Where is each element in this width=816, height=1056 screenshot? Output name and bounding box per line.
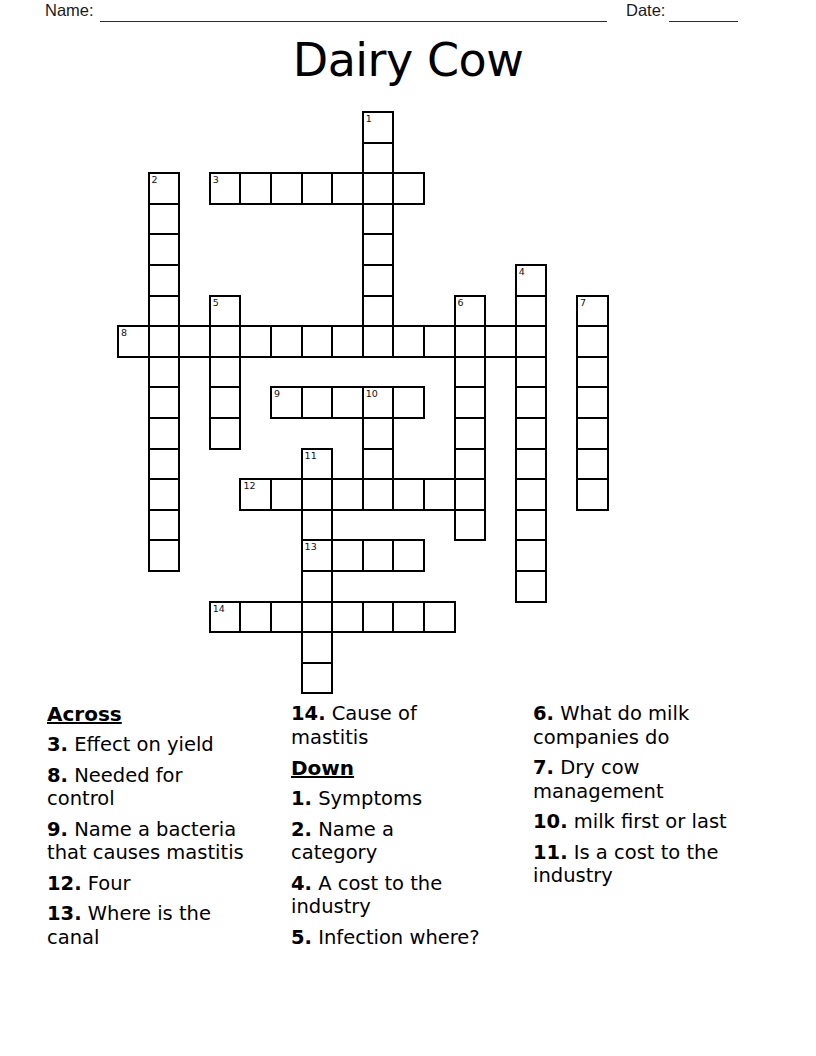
cell-r15-c6[interactable]	[301, 570, 334, 603]
cell-number-6: 6	[458, 297, 464, 308]
cell-r7-c3[interactable]	[209, 325, 242, 358]
cell-number-7: 7	[580, 297, 586, 308]
cell-r8-c1[interactable]	[148, 356, 181, 389]
clue-number: 11.	[533, 841, 568, 864]
clue-number: 8.	[47, 764, 68, 787]
cell-number-4: 4	[519, 266, 525, 277]
clue-down-4: 4. A cost to theindustry	[291, 872, 526, 919]
clue-down-1: 1. Symptoms	[291, 787, 526, 811]
cell-r16-c8[interactable]	[362, 601, 395, 634]
cell-r7-c13[interactable]	[515, 325, 548, 358]
cell-number-12: 12	[243, 480, 255, 491]
cell-r7-c1[interactable]	[148, 325, 181, 358]
cell-r0-c8[interactable]: 1	[362, 111, 395, 144]
date-label: Date:	[626, 1, 665, 20]
cell-r7-c5[interactable]	[270, 325, 303, 358]
cell-r6-c8[interactable]	[362, 295, 395, 328]
cell-r5-c1[interactable]	[148, 264, 181, 297]
cell-r11-c15[interactable]	[576, 448, 609, 481]
cell-r12-c9[interactable]	[392, 478, 425, 511]
cell-r14-c13[interactable]	[515, 539, 548, 572]
clue-across-12: 12. Four	[47, 872, 282, 896]
cell-r2-c7[interactable]	[331, 172, 364, 205]
cell-r2-c9[interactable]	[392, 172, 425, 205]
cell-r7-c10[interactable]	[423, 325, 456, 358]
cell-r9-c13[interactable]	[515, 386, 548, 419]
cell-r14-c9[interactable]	[392, 539, 425, 572]
cell-number-3: 3	[213, 174, 219, 185]
cell-r9-c11[interactable]	[454, 386, 487, 419]
name-blank-line[interactable]	[100, 2, 607, 22]
cell-r13-c11[interactable]	[454, 509, 487, 542]
cell-number-13: 13	[305, 541, 317, 552]
cell-number-14: 14	[213, 603, 225, 614]
cell-r12-c11[interactable]	[454, 478, 487, 511]
cell-r17-c6[interactable]	[301, 631, 334, 664]
cell-r4-c1[interactable]	[148, 233, 181, 266]
cell-r12-c1[interactable]	[148, 478, 181, 511]
cell-r6-c3[interactable]: 5	[209, 295, 242, 328]
clue-down-11: 11. Is a cost to theindustry	[533, 841, 778, 888]
page-title: Dairy Cow	[0, 33, 816, 87]
cell-r16-c5[interactable]	[270, 601, 303, 634]
cell-r10-c11[interactable]	[454, 417, 487, 450]
cell-r2-c4[interactable]	[239, 172, 272, 205]
cell-number-1: 1	[366, 113, 372, 124]
cell-r15-c13[interactable]	[515, 570, 548, 603]
clue-number: 9.	[47, 818, 68, 841]
cell-r12-c6[interactable]	[301, 478, 334, 511]
cell-r10-c15[interactable]	[576, 417, 609, 450]
cell-r8-c3[interactable]	[209, 356, 242, 389]
cell-r5-c8[interactable]	[362, 264, 395, 297]
cell-r8-c13[interactable]	[515, 356, 548, 389]
clue-down-2: 2. Name acategory	[291, 818, 526, 865]
cell-r2-c6[interactable]	[301, 172, 334, 205]
cell-r7-c4[interactable]	[239, 325, 272, 358]
cell-r14-c1[interactable]	[148, 539, 181, 572]
cell-r9-c7[interactable]	[331, 386, 364, 419]
cell-r9-c6[interactable]	[301, 386, 334, 419]
across-header: Across	[47, 702, 282, 726]
cell-r12-c5[interactable]	[270, 478, 303, 511]
cell-r11-c8[interactable]	[362, 448, 395, 481]
cell-number-5: 5	[213, 297, 219, 308]
cell-r8-c11[interactable]	[454, 356, 487, 389]
cell-r2-c5[interactable]	[270, 172, 303, 205]
cell-r7-c9[interactable]	[392, 325, 425, 358]
clue-number: 3.	[47, 733, 68, 756]
clue-number: 2.	[291, 818, 312, 841]
cell-r14-c8[interactable]	[362, 539, 395, 572]
down-header: Down	[291, 756, 526, 780]
cell-r2-c3[interactable]: 3	[209, 172, 242, 205]
cell-r9-c3[interactable]	[209, 386, 242, 419]
date-blank-line[interactable]	[669, 2, 738, 22]
clue-across-13: 13. Where is thecanal	[47, 902, 282, 949]
cell-r7-c0[interactable]: 8	[117, 325, 150, 358]
clue-across-14: 14. Cause ofmastitis	[291, 702, 526, 749]
clue-number: 12.	[47, 872, 82, 895]
cell-r13-c6[interactable]	[301, 509, 334, 542]
cell-r6-c13[interactable]	[515, 295, 548, 328]
clue-number: 7.	[533, 756, 554, 779]
cell-r16-c10[interactable]	[423, 601, 456, 634]
cell-r14-c6[interactable]: 13	[301, 539, 334, 572]
cell-r12-c8[interactable]	[362, 478, 395, 511]
cell-r9-c15[interactable]	[576, 386, 609, 419]
cell-r11-c1[interactable]	[148, 448, 181, 481]
cell-r12-c13[interactable]	[515, 478, 548, 511]
cell-r9-c9[interactable]	[392, 386, 425, 419]
clue-down-6: 6. What do milkcompanies do	[533, 702, 778, 749]
cell-number-9: 9	[274, 388, 280, 399]
clue-across-8: 8. Needed forcontrol	[47, 764, 282, 811]
cell-r5-c13[interactable]: 4	[515, 264, 548, 297]
cell-r3-c1[interactable]	[148, 203, 181, 236]
cell-r7-c12[interactable]	[484, 325, 517, 358]
clue-number: 10.	[533, 810, 568, 833]
cell-r10-c13[interactable]	[515, 417, 548, 450]
cell-number-10: 10	[366, 388, 378, 399]
clue-down-7: 7. Dry cowmanagement	[533, 756, 778, 803]
cell-r7-c7[interactable]	[331, 325, 364, 358]
clue-column-3: 6. What do milkcompanies do7. Dry cowman…	[533, 702, 778, 895]
cell-r11-c11[interactable]	[454, 448, 487, 481]
cell-r11-c6[interactable]: 11	[301, 448, 334, 481]
cell-r1-c8[interactable]	[362, 142, 395, 175]
cell-r10-c3[interactable]	[209, 417, 242, 450]
cell-r8-c15[interactable]	[576, 356, 609, 389]
cell-r7-c11[interactable]	[454, 325, 487, 358]
cell-number-8: 8	[121, 327, 127, 338]
cell-r12-c15[interactable]	[576, 478, 609, 511]
cell-r16-c6[interactable]	[301, 601, 334, 634]
clue-across-3: 3. Effect on yield	[47, 733, 282, 757]
cell-r4-c8[interactable]	[362, 233, 395, 266]
clue-number: 5.	[291, 926, 312, 949]
cell-r16-c4[interactable]	[239, 601, 272, 634]
cell-r16-c7[interactable]	[331, 601, 364, 634]
cell-r9-c8[interactable]: 10	[362, 386, 395, 419]
cell-r13-c13[interactable]	[515, 509, 548, 542]
cell-r7-c8[interactable]	[362, 325, 395, 358]
cell-r18-c6[interactable]	[301, 662, 334, 695]
cell-r13-c1[interactable]	[148, 509, 181, 542]
cell-number-2: 2	[152, 174, 158, 185]
cell-r7-c15[interactable]	[576, 325, 609, 358]
crossword-worksheet: { "game": "crossword", "header": { "name…	[0, 0, 816, 1056]
cell-r16-c9[interactable]	[392, 601, 425, 634]
cell-r7-c6[interactable]	[301, 325, 334, 358]
cell-r3-c8[interactable]	[362, 203, 395, 236]
crossword-grid: 1234567891011121314	[117, 111, 609, 695]
cell-r12-c10[interactable]	[423, 478, 456, 511]
clue-number: 1.	[291, 787, 312, 810]
cell-r9-c1[interactable]	[148, 386, 181, 419]
cell-r10-c1[interactable]	[148, 417, 181, 450]
clue-number: 14.	[291, 702, 326, 725]
cell-r2-c1[interactable]: 2	[148, 172, 181, 205]
cell-r11-c13[interactable]	[515, 448, 548, 481]
cell-r6-c15[interactable]: 7	[576, 295, 609, 328]
clue-down-5: 5. Infection where?	[291, 926, 526, 950]
cell-r12-c7[interactable]	[331, 478, 364, 511]
clue-column-1: Across3. Effect on yield8. Needed forcon…	[47, 702, 282, 956]
cell-r6-c11[interactable]: 6	[454, 295, 487, 328]
cell-r10-c8[interactable]	[362, 417, 395, 450]
cell-r7-c2[interactable]	[178, 325, 211, 358]
cell-r2-c8[interactable]	[362, 172, 395, 205]
cell-r6-c1[interactable]	[148, 295, 181, 328]
cell-r16-c3[interactable]: 14	[209, 601, 242, 634]
cell-number-11: 11	[305, 450, 317, 461]
clue-number: 6.	[533, 702, 554, 725]
cell-r14-c7[interactable]	[331, 539, 364, 572]
cell-r9-c5[interactable]: 9	[270, 386, 303, 419]
clue-number: 13.	[47, 902, 82, 925]
name-label: Name:	[45, 1, 94, 20]
clue-across-9: 9. Name a bacteriathat causes mastitis	[47, 818, 282, 865]
clue-down-10: 10. milk first or last	[533, 810, 778, 834]
clue-number: 4.	[291, 872, 312, 895]
clue-column-2: 14. Cause ofmastitisDown1. Symptoms2. Na…	[291, 702, 526, 956]
cell-r12-c4[interactable]: 12	[239, 478, 272, 511]
